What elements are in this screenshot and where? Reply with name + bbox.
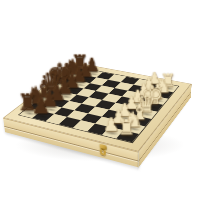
piece-black-pawn: ♟ bbox=[31, 96, 50, 117]
product-photo: ♜♟♟♜♞♟♟♞♝♟♟♝♚♟♟♚♛♟♟♛♝♟♟♝♞♟♟♞♜♟♟♜ bbox=[0, 0, 200, 200]
square-a1: ♜ bbox=[117, 131, 139, 143]
brass-latch-icon bbox=[97, 143, 109, 159]
chess-board: ♜♟♟♜♞♟♟♞♝♟♟♝♚♟♟♚♛♟♟♛♝♟♟♝♞♟♟♞♜♟♟♜ bbox=[3, 63, 192, 152]
scene: ♜♟♟♜♞♟♟♞♝♟♟♝♚♟♟♚♛♟♟♛♝♟♟♝♞♟♟♞♜♟♟♜ bbox=[0, 0, 200, 200]
piece-white-rook: ♜ bbox=[117, 118, 135, 138]
